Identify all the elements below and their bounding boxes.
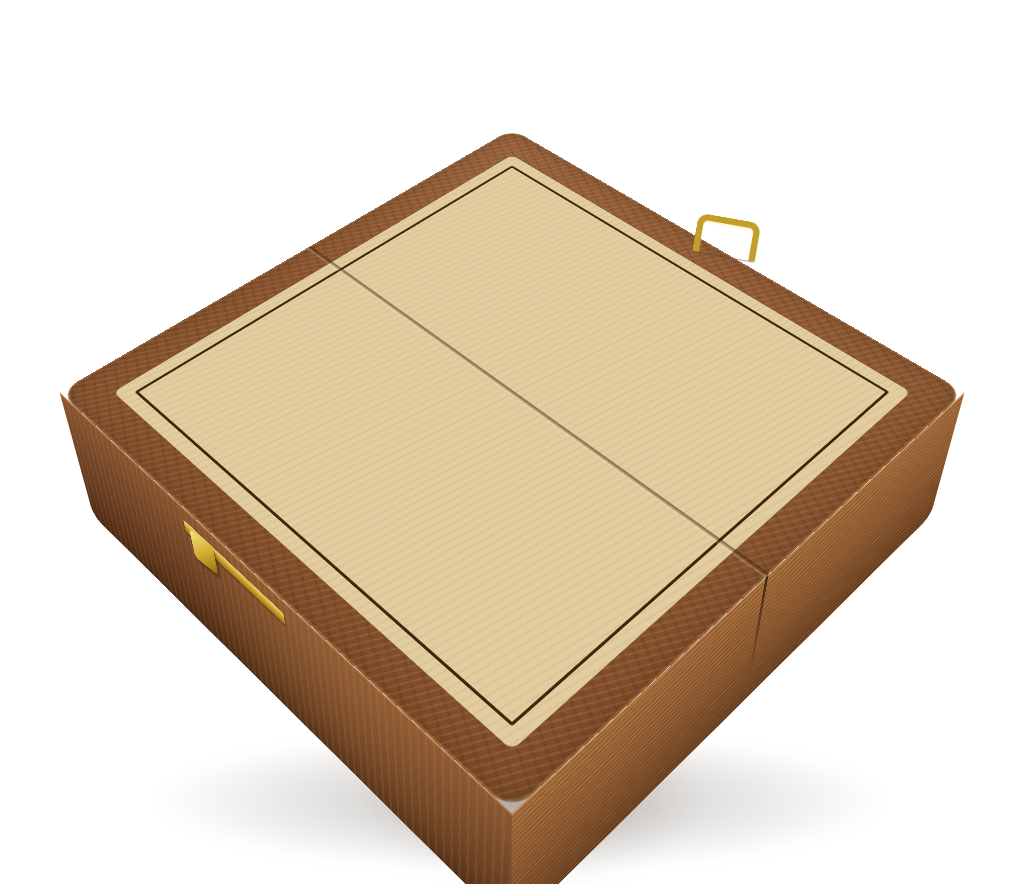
box-top bbox=[59, 129, 964, 813]
brass-hinge-loop bbox=[692, 213, 761, 262]
product-photo-scene bbox=[0, 0, 1024, 884]
